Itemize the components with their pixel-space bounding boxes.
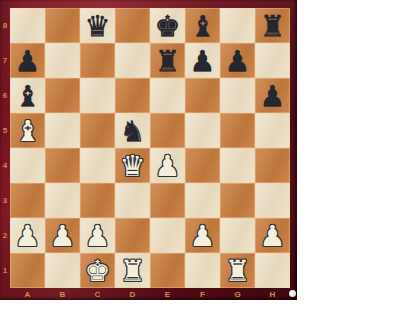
square-b8[interactable] xyxy=(45,8,80,43)
square-h4[interactable] xyxy=(255,148,290,183)
white-to-move-indicator xyxy=(289,290,296,297)
square-f1[interactable] xyxy=(185,253,220,288)
square-c4[interactable] xyxy=(80,148,115,183)
square-a7[interactable]: ♟ xyxy=(10,43,45,78)
square-a3[interactable] xyxy=(10,183,45,218)
file-label-c: C xyxy=(80,288,115,300)
white-pawn[interactable]: ♟ xyxy=(50,221,76,251)
square-e7[interactable]: ♜ xyxy=(150,43,185,78)
white-bishop[interactable]: ♝ xyxy=(15,116,41,146)
black-rook[interactable]: ♜ xyxy=(260,11,286,41)
square-c2[interactable]: ♟ xyxy=(80,218,115,253)
square-g3[interactable] xyxy=(220,183,255,218)
white-pawn[interactable]: ♟ xyxy=(15,221,41,251)
square-e6[interactable] xyxy=(150,78,185,113)
square-b3[interactable] xyxy=(45,183,80,218)
square-b2[interactable]: ♟ xyxy=(45,218,80,253)
square-g5[interactable] xyxy=(220,113,255,148)
square-e8[interactable]: ♚ xyxy=(150,8,185,43)
black-pawn[interactable]: ♟ xyxy=(190,46,216,76)
rank-label-6: 6 xyxy=(0,78,10,113)
square-a8[interactable] xyxy=(10,8,45,43)
file-label-d: D xyxy=(115,288,150,300)
square-e2[interactable] xyxy=(150,218,185,253)
square-d2[interactable] xyxy=(115,218,150,253)
square-e1[interactable] xyxy=(150,253,185,288)
black-queen[interactable]: ♛ xyxy=(85,11,111,41)
square-a2[interactable]: ♟ xyxy=(10,218,45,253)
square-g1[interactable]: ♜ xyxy=(220,253,255,288)
file-label-b: B xyxy=(45,288,80,300)
square-a1[interactable] xyxy=(10,253,45,288)
square-d7[interactable] xyxy=(115,43,150,78)
white-rook[interactable]: ♜ xyxy=(120,256,146,286)
square-f4[interactable] xyxy=(185,148,220,183)
square-f5[interactable] xyxy=(185,113,220,148)
square-g2[interactable] xyxy=(220,218,255,253)
square-f2[interactable]: ♟ xyxy=(185,218,220,253)
file-label-g: G xyxy=(220,288,255,300)
square-g8[interactable] xyxy=(220,8,255,43)
square-d5[interactable]: ♞ xyxy=(115,113,150,148)
square-a5[interactable]: ♝ xyxy=(10,113,45,148)
square-h2[interactable]: ♟ xyxy=(255,218,290,253)
white-pawn[interactable]: ♟ xyxy=(155,151,181,181)
white-pawn[interactable]: ♟ xyxy=(85,221,111,251)
square-d1[interactable]: ♜ xyxy=(115,253,150,288)
square-e3[interactable] xyxy=(150,183,185,218)
square-a4[interactable] xyxy=(10,148,45,183)
square-f6[interactable] xyxy=(185,78,220,113)
black-pawn[interactable]: ♟ xyxy=(15,46,41,76)
file-labels: ABCDEFGH xyxy=(10,288,290,300)
square-g7[interactable]: ♟ xyxy=(220,43,255,78)
square-b7[interactable] xyxy=(45,43,80,78)
square-b1[interactable] xyxy=(45,253,80,288)
square-d3[interactable] xyxy=(115,183,150,218)
square-g4[interactable] xyxy=(220,148,255,183)
white-pawn[interactable]: ♟ xyxy=(190,221,216,251)
square-e5[interactable] xyxy=(150,113,185,148)
black-pawn[interactable]: ♟ xyxy=(225,46,251,76)
black-bishop[interactable]: ♝ xyxy=(15,81,41,111)
rank-label-4: 4 xyxy=(0,148,10,183)
file-label-f: F xyxy=(185,288,220,300)
board: ♛♚♝♜♟♜♟♟♝♟♝♞♛♟♟♟♟♟♟♚♜♜ xyxy=(10,8,290,288)
rank-label-7: 7 xyxy=(0,43,10,78)
square-h7[interactable] xyxy=(255,43,290,78)
square-b6[interactable] xyxy=(45,78,80,113)
square-c7[interactable] xyxy=(80,43,115,78)
black-bishop[interactable]: ♝ xyxy=(190,11,216,41)
square-d8[interactable] xyxy=(115,8,150,43)
black-king[interactable]: ♚ xyxy=(155,11,181,41)
white-pawn[interactable]: ♟ xyxy=(260,221,286,251)
square-c8[interactable]: ♛ xyxy=(80,8,115,43)
square-b4[interactable] xyxy=(45,148,80,183)
square-a6[interactable]: ♝ xyxy=(10,78,45,113)
square-h6[interactable]: ♟ xyxy=(255,78,290,113)
square-c6[interactable] xyxy=(80,78,115,113)
file-label-h: H xyxy=(255,288,290,300)
square-d4[interactable]: ♛ xyxy=(115,148,150,183)
white-queen[interactable]: ♛ xyxy=(120,151,146,181)
file-label-e: E xyxy=(150,288,185,300)
square-g6[interactable] xyxy=(220,78,255,113)
square-b5[interactable] xyxy=(45,113,80,148)
rank-labels: 87654321 xyxy=(0,8,10,288)
square-h8[interactable]: ♜ xyxy=(255,8,290,43)
square-h3[interactable] xyxy=(255,183,290,218)
square-e4[interactable]: ♟ xyxy=(150,148,185,183)
black-knight[interactable]: ♞ xyxy=(120,116,146,146)
rank-label-8: 8 xyxy=(0,8,10,43)
square-c1[interactable]: ♚ xyxy=(80,253,115,288)
black-rook[interactable]: ♜ xyxy=(155,46,181,76)
square-h1[interactable] xyxy=(255,253,290,288)
white-rook[interactable]: ♜ xyxy=(225,256,251,286)
rank-label-3: 3 xyxy=(0,183,10,218)
square-f8[interactable]: ♝ xyxy=(185,8,220,43)
square-c3[interactable] xyxy=(80,183,115,218)
page: ♛♚♝♜♟♜♟♟♝♟♝♞♛♟♟♟♟♟♟♚♜♜ 87654321 ABCDEFGH xyxy=(0,0,414,311)
square-d6[interactable] xyxy=(115,78,150,113)
square-c5[interactable] xyxy=(80,113,115,148)
white-king[interactable]: ♚ xyxy=(85,256,111,286)
rank-label-1: 1 xyxy=(0,253,10,288)
square-h5[interactable] xyxy=(255,113,290,148)
square-f7[interactable]: ♟ xyxy=(185,43,220,78)
rank-label-5: 5 xyxy=(0,113,10,148)
black-pawn[interactable]: ♟ xyxy=(260,81,286,111)
square-f3[interactable] xyxy=(185,183,220,218)
chess-diagram: ♛♚♝♜♟♜♟♟♝♟♝♞♛♟♟♟♟♟♟♚♜♜ 87654321 ABCDEFGH xyxy=(0,0,297,300)
rank-label-2: 2 xyxy=(0,218,10,253)
file-label-a: A xyxy=(10,288,45,300)
